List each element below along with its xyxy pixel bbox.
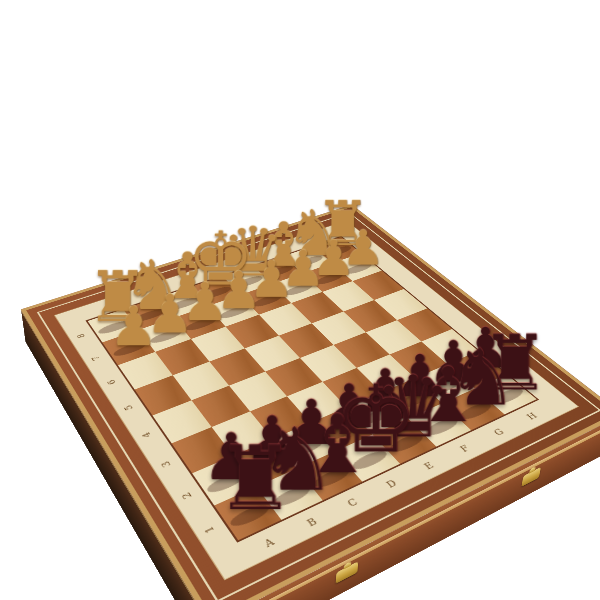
piece-dark-rook[interactable]: ♜ <box>201 434 309 523</box>
chess-set-scene: ABCDEFGH12345678 ♜♞♝♚♛♝♞♜♟♟♟♟♟♟♟♟♟♟♟♟♟♟♟… <box>54 112 546 600</box>
board-face: ABCDEFGH12345678 ♜♞♝♚♛♝♞♜♟♟♟♟♟♟♟♟♟♟♟♟♟♟♟… <box>21 205 600 600</box>
pieces-layer: ♜♞♝♚♛♝♞♜♟♟♟♟♟♟♟♟♟♟♟♟♟♟♟♟♜♞♝♚♛♝♞♜ <box>21 205 600 600</box>
piece-light-pawn[interactable]: ♟ <box>90 300 178 354</box>
photo-background: { "game": "chess", "set_description": "H… <box>0 0 600 600</box>
folding-chess-board: ABCDEFGH12345678 ♜♞♝♚♛♝♞♜♟♟♟♟♟♟♟♟♟♟♟♟♟♟♟… <box>21 205 600 600</box>
